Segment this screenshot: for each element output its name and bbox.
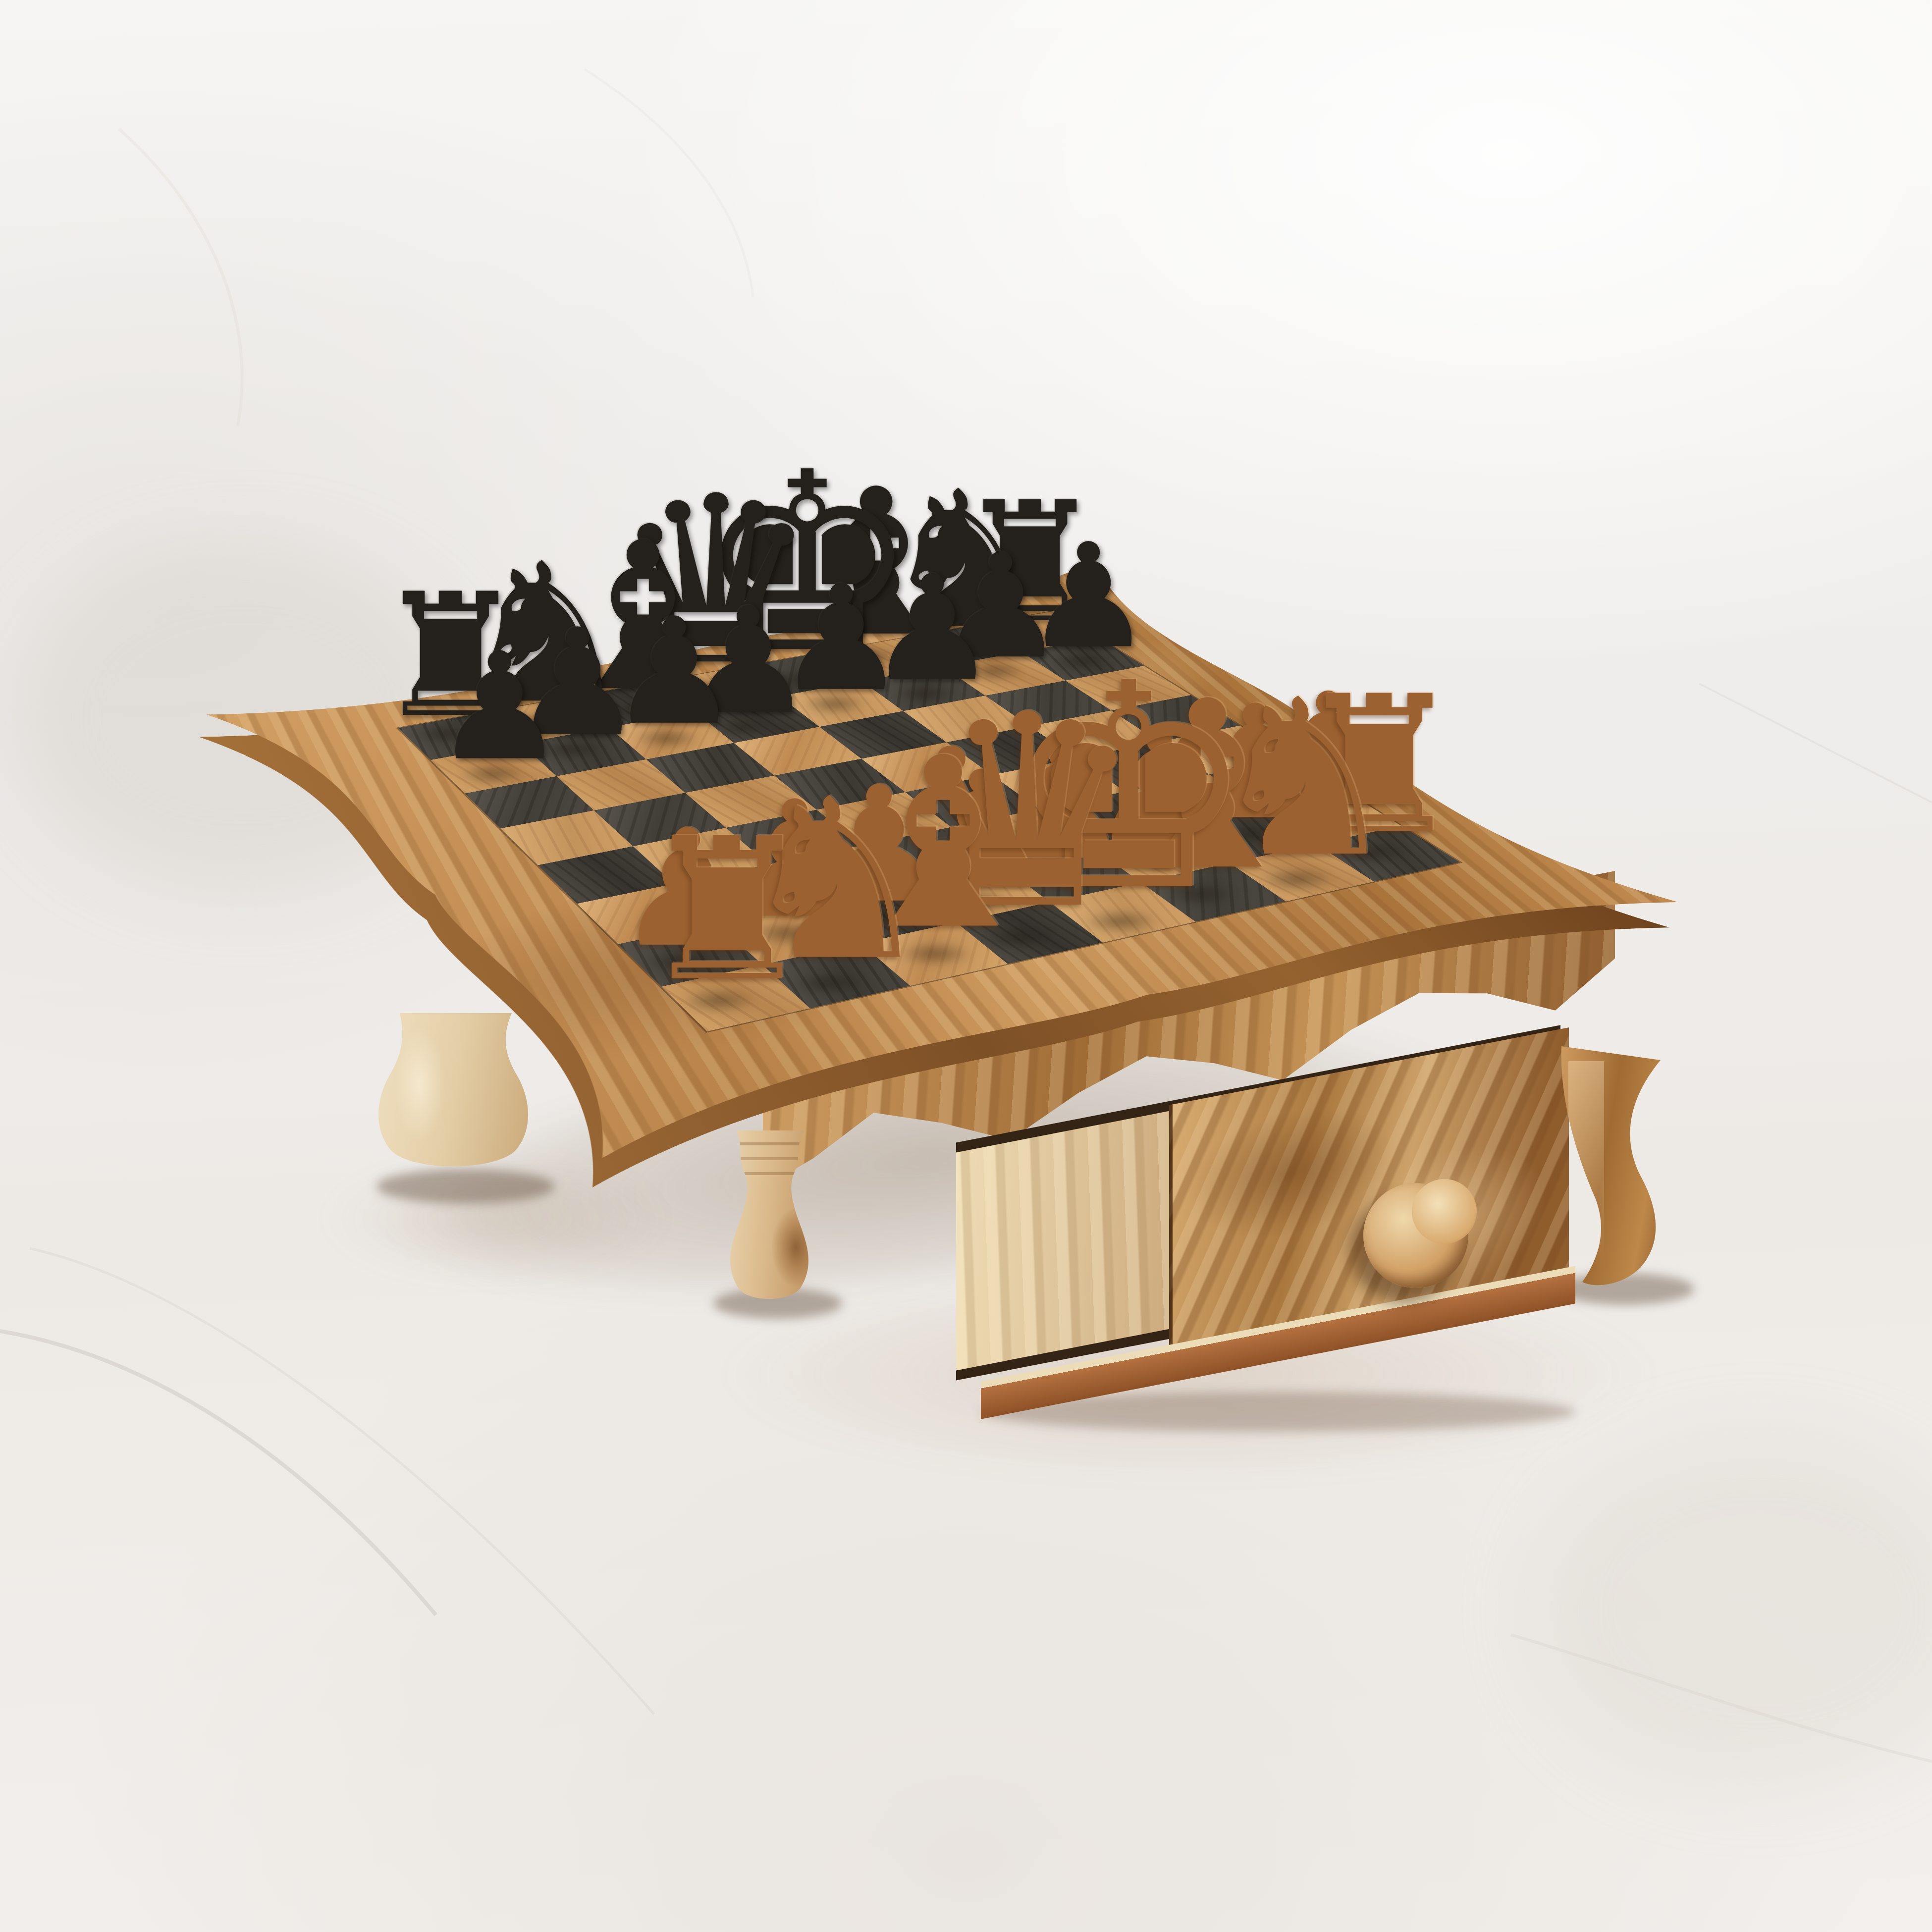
photo-scene: ♜♞♝♛♚♝♞♜♟♟♟♟♟♟♟♟♟♟♟♟♟♟♟♟♜♞♝♛♚♝♞♜ [0, 0, 1932, 1932]
table-3d-space [0, 0, 1932, 1932]
table-top [207, 561, 1678, 1158]
